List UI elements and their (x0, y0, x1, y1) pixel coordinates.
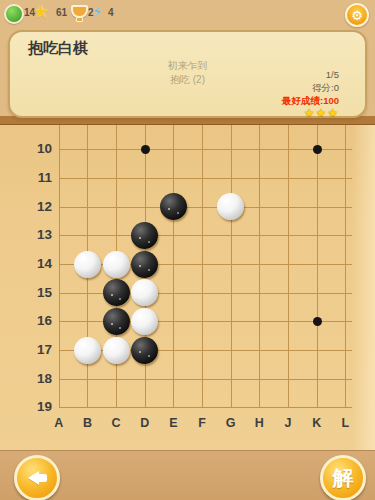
grid-line-horizontal (59, 178, 352, 179)
star-point (141, 145, 150, 154)
row-label: 14 (14, 256, 52, 271)
grid-line-horizontal (59, 207, 352, 208)
level-ball-icon (4, 4, 24, 24)
row-label: 15 (14, 285, 52, 300)
gear-icon: ⚙ (351, 9, 363, 22)
col-label: J (278, 416, 298, 430)
star-count: 61 (56, 7, 67, 18)
grid-line-horizontal (59, 149, 352, 150)
solve-button[interactable]: 解 (320, 455, 366, 500)
bottom-action-bar: 解 (0, 450, 375, 500)
white-stone-C14 (103, 251, 130, 278)
col-label: B (77, 416, 97, 430)
grid-line-horizontal (59, 235, 352, 236)
puzzle-title: 抱吃白棋 (28, 39, 88, 58)
col-label: F (192, 416, 212, 430)
solve-label: 解 (333, 464, 354, 492)
row-label: 18 (14, 371, 52, 386)
col-label: H (249, 416, 269, 430)
col-label: D (135, 416, 155, 430)
star-icon: ★ (33, 1, 49, 23)
puzzle-info-panel: 抱吃白棋 初来乍到 抱吃 (2) 1/5 得分:0 最好成绩:100 ★★★ (8, 30, 367, 118)
row-label: 17 (14, 342, 52, 357)
row-label: 13 (14, 227, 52, 242)
row-label: 11 (14, 170, 52, 185)
row-label: 10 (14, 141, 52, 156)
row-label: 16 (14, 313, 52, 328)
star-point (313, 145, 322, 154)
row-label: 12 (14, 199, 52, 214)
score-text: 得分:0 (282, 81, 339, 94)
puzzle-stats: 1/5 得分:0 最好成绩:100 ★★★ (282, 68, 339, 120)
black-stone-D14 (131, 251, 158, 278)
col-label: K (307, 416, 327, 430)
white-stone-C17 (103, 337, 130, 364)
lightning-icon: ⚡ (92, 3, 103, 21)
col-label: C (106, 416, 126, 430)
black-stone-D17 (131, 337, 158, 364)
trophy-icon (71, 5, 88, 18)
black-stone-C16 (103, 308, 130, 335)
progress-counter: 1/5 (282, 68, 339, 81)
settings-button[interactable]: ⚙ (345, 3, 369, 27)
col-label: G (221, 416, 241, 430)
energy-count: 4 (108, 7, 114, 18)
star-rating: ★★★ (282, 107, 339, 120)
grid-line-horizontal (59, 379, 352, 380)
black-stone-C15 (103, 279, 130, 306)
black-stone-D13 (131, 222, 158, 249)
col-label: E (163, 416, 183, 430)
col-label: L (335, 416, 355, 430)
black-stone-E12 (160, 193, 187, 220)
back-arrow-icon (28, 471, 47, 485)
white-stone-B14 (74, 251, 101, 278)
row-label: 19 (14, 399, 52, 414)
top-status-bar: 14 ★ 61 2 ⚡ 4 ⚙ (0, 0, 375, 30)
white-stone-B17 (74, 337, 101, 364)
app-screen: 14 ★ 61 2 ⚡ 4 ⚙ 抱吃白棋 初来乍到 抱吃 (2) 1/5 得分:… (0, 0, 375, 500)
white-stone-D15 (131, 279, 158, 306)
white-stone-G12 (217, 193, 244, 220)
white-stone-D16 (131, 308, 158, 335)
back-button[interactable] (14, 455, 60, 500)
grid-line-horizontal (59, 407, 352, 408)
star-point (313, 317, 322, 326)
col-label: A (49, 416, 69, 430)
